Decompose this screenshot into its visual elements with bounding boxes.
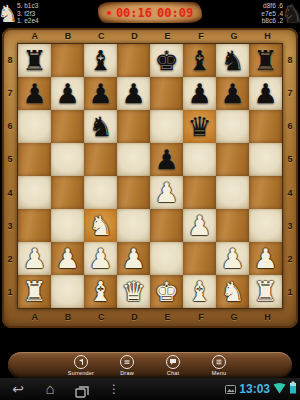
coordinate-label: 1 [3, 276, 17, 309]
piece-black-pawn: ♟ [154, 143, 178, 176]
square-d3[interactable] [117, 209, 150, 242]
square-a1[interactable]: ♜ [18, 275, 51, 308]
square-h5[interactable] [249, 143, 282, 176]
file-labels-bottom: ABCDEFGH [18, 311, 284, 323]
coordinate-label: 8 [3, 43, 17, 76]
square-h3[interactable] [249, 209, 282, 242]
piece-white-knight: ♞ [88, 209, 112, 242]
square-g2[interactable]: ♟ [216, 242, 249, 275]
square-a5[interactable] [18, 143, 51, 176]
coordinate-label: E [151, 311, 184, 323]
coordinate-label: 3 [283, 209, 297, 242]
battery-icon [289, 380, 297, 398]
piece-white-pawn: ♟ [55, 242, 79, 275]
square-a7[interactable]: ♟ [18, 77, 51, 110]
piece-black-pawn: ♟ [187, 77, 211, 110]
square-f5[interactable] [183, 143, 216, 176]
surrender-label: Surrender [68, 370, 94, 376]
piece-black-pawn: ♟ [55, 77, 79, 110]
overflow-menu-icon[interactable]: ⋮ [104, 378, 124, 400]
square-f2[interactable] [183, 242, 216, 275]
square-c3[interactable]: ♞ [84, 209, 117, 242]
piece-white-rook: ♜ [22, 275, 46, 308]
coordinate-label: E [151, 30, 184, 42]
coordinate-label: 2 [3, 243, 17, 276]
black-move-list: d8f6 .6e7e5 .4b8c6 .2 [261, 2, 283, 25]
square-d7[interactable]: ♟ [117, 77, 150, 110]
piece-white-pawn: ♟ [220, 242, 244, 275]
piece-black-pawn: ♟ [121, 77, 145, 110]
coordinate-label: D [118, 311, 151, 323]
coordinate-label: B [51, 311, 84, 323]
chat-bubble-icon [166, 355, 180, 369]
square-c5[interactable] [84, 143, 117, 176]
square-b2[interactable]: ♟ [51, 242, 84, 275]
game-toolbar: Surrender Draw Chat Menu [8, 352, 292, 378]
square-a2[interactable]: ♟ [18, 242, 51, 275]
flag-icon [74, 355, 88, 369]
square-c7[interactable]: ♟ [84, 77, 117, 110]
active-clock-dot [107, 11, 111, 15]
piece-white-bishop: ♝ [187, 275, 211, 308]
piece-black-pawn: ♟ [88, 77, 112, 110]
black-knight-icon: ♞ [281, 0, 300, 28]
square-b6[interactable] [51, 110, 84, 143]
square-b3[interactable] [51, 209, 84, 242]
square-h8[interactable]: ♜ [249, 44, 282, 77]
move-entry: e7e5 .4 [261, 10, 283, 18]
square-g1[interactable]: ♞ [216, 275, 249, 308]
coordinate-label: C [85, 311, 118, 323]
square-d2[interactable]: ♟ [117, 242, 150, 275]
square-b4[interactable] [51, 176, 84, 209]
chat-button[interactable]: Chat [154, 355, 192, 376]
rank-labels-left: 87654321 [3, 43, 17, 309]
square-d1[interactable]: ♛ [117, 275, 150, 308]
coordinate-label: A [18, 30, 51, 42]
top-bar: ♞ 5. b1c33. f2f31. e2e4 00:16 00:09 d8f6… [0, 0, 300, 28]
square-a3[interactable] [18, 209, 51, 242]
coordinate-label: 1 [283, 276, 297, 309]
surrender-button[interactable]: Surrender [62, 355, 100, 376]
square-c2[interactable]: ♟ [84, 242, 117, 275]
move-entry: d8f6 .6 [261, 2, 283, 10]
square-c1[interactable]: ♝ [84, 275, 117, 308]
square-c4[interactable] [84, 176, 117, 209]
square-e7[interactable] [150, 77, 183, 110]
rank-labels-right: 87654321 [283, 43, 297, 309]
square-e8[interactable]: ♚ [150, 44, 183, 77]
square-g3[interactable] [216, 209, 249, 242]
clock-time-status: 13:03 [239, 382, 270, 396]
black-clock: 00:09 [157, 6, 193, 20]
coordinate-label: 5 [3, 143, 17, 176]
coordinate-label: 4 [3, 176, 17, 209]
square-e1[interactable]: ♚ [150, 275, 183, 308]
square-g8[interactable]: ♞ [216, 44, 249, 77]
square-h2[interactable]: ♟ [249, 242, 282, 275]
square-c6[interactable]: ♞ [84, 110, 117, 143]
square-f4[interactable] [183, 176, 216, 209]
coordinate-label: F [184, 311, 217, 323]
white-clock: 00:16 [116, 6, 152, 20]
square-b7[interactable]: ♟ [51, 77, 84, 110]
piece-white-pawn: ♟ [22, 242, 46, 275]
coordinate-label: 8 [283, 43, 297, 76]
draw-button[interactable]: Draw [108, 355, 146, 376]
coordinate-label: 4 [283, 176, 297, 209]
chat-label: Chat [167, 370, 179, 376]
menu-label: Menu [212, 370, 227, 376]
piece-white-pawn: ♟ [253, 242, 277, 275]
coordinate-label: 7 [283, 76, 297, 109]
coordinate-label: 2 [283, 243, 297, 276]
piece-black-queen: ♛ [187, 110, 211, 143]
square-b8[interactable] [51, 44, 84, 77]
menu-button[interactable]: Menu [200, 355, 238, 376]
square-e5[interactable]: ♟ [150, 143, 183, 176]
square-h1[interactable]: ♜ [249, 275, 282, 308]
square-g4[interactable] [216, 176, 249, 209]
coordinate-label: G [218, 30, 251, 42]
square-d8[interactable] [117, 44, 150, 77]
status-cluster: 13:03 [225, 378, 297, 400]
piece-white-pawn: ♟ [88, 242, 112, 275]
piece-black-pawn: ♟ [220, 77, 244, 110]
piece-black-bishop: ♝ [187, 44, 211, 77]
screenshot-icon [225, 380, 236, 398]
coordinate-label: H [251, 30, 284, 42]
square-e6[interactable] [150, 110, 183, 143]
piece-white-pawn: ♟ [121, 242, 145, 275]
coordinate-label: C [85, 30, 118, 42]
piece-white-queen: ♛ [121, 275, 145, 308]
piece-black-rook: ♜ [253, 44, 277, 77]
coordinate-label: 6 [3, 110, 17, 143]
move-entry: 1. e2e4 [17, 17, 39, 25]
square-g6[interactable] [216, 110, 249, 143]
coordinate-label: 3 [3, 209, 17, 242]
coordinate-label: G [218, 311, 251, 323]
square-a4[interactable] [18, 176, 51, 209]
square-f1[interactable]: ♝ [183, 275, 216, 308]
coordinate-label: B [51, 30, 84, 42]
square-f8[interactable]: ♝ [183, 44, 216, 77]
hamburger-icon [212, 355, 226, 369]
recents-icon[interactable] [72, 382, 92, 400]
piece-white-bishop: ♝ [88, 275, 112, 308]
square-e3[interactable] [150, 209, 183, 242]
square-g7[interactable]: ♟ [216, 77, 249, 110]
piece-black-knight: ♞ [88, 110, 112, 143]
android-nav-bar: ↩ ⌂ ⋮ 13:03 [0, 378, 300, 400]
piece-black-pawn: ♟ [253, 77, 277, 110]
chess-board[interactable]: ♜♝♚♝♞♜♟♟♟♟♟♟♟♞♛♟♟♞♟♟♟♟♟♟♟♜♝♛♚♝♞♜ [17, 43, 283, 309]
coordinate-label: 7 [3, 76, 17, 109]
clock-plaque: 00:16 00:09 [98, 2, 202, 23]
coordinate-label: H [251, 311, 284, 323]
piece-white-pawn: ♟ [154, 176, 178, 209]
square-f6[interactable]: ♛ [183, 110, 216, 143]
square-h7[interactable]: ♟ [249, 77, 282, 110]
piece-black-rook: ♜ [22, 44, 46, 77]
piece-white-king: ♚ [154, 275, 178, 308]
back-icon[interactable]: ↩ [8, 378, 28, 400]
move-entry: 5. b1c3 [17, 2, 39, 10]
white-move-list: 5. b1c33. f2f31. e2e4 [17, 2, 39, 25]
piece-white-knight: ♞ [220, 275, 244, 308]
square-d5[interactable] [117, 143, 150, 176]
piece-white-rook: ♜ [253, 275, 277, 308]
equals-icon [120, 355, 134, 369]
chess-app-screen: ♞ 5. b1c33. f2f31. e2e4 00:16 00:09 d8f6… [0, 0, 300, 400]
coordinate-label: F [184, 30, 217, 42]
square-f3[interactable]: ♟ [183, 209, 216, 242]
piece-white-pawn: ♟ [187, 209, 211, 242]
square-b5[interactable] [51, 143, 84, 176]
square-e4[interactable]: ♟ [150, 176, 183, 209]
draw-label: Draw [120, 370, 134, 376]
piece-black-bishop: ♝ [88, 44, 112, 77]
piece-black-knight: ♞ [220, 44, 244, 77]
chess-board-frame: ABCDEFGH 87654321 ♜♝♚♝♞♜♟♟♟♟♟♟♟♞♛♟♟♞♟♟♟♟… [2, 28, 298, 328]
square-h6[interactable] [249, 110, 282, 143]
piece-black-pawn: ♟ [22, 77, 46, 110]
move-entry: 3. f2f3 [17, 10, 39, 18]
coordinate-label: D [118, 30, 151, 42]
square-h4[interactable] [249, 176, 282, 209]
home-icon[interactable]: ⌂ [40, 378, 60, 400]
square-a8[interactable]: ♜ [18, 44, 51, 77]
square-e2[interactable] [150, 242, 183, 275]
coordinate-label: A [18, 311, 51, 323]
square-d6[interactable] [117, 110, 150, 143]
square-g5[interactable] [216, 143, 249, 176]
white-knight-icon: ♞ [0, 0, 19, 28]
coordinate-label: 5 [283, 143, 297, 176]
move-entry: b8c6 .2 [261, 17, 283, 25]
piece-black-king: ♚ [154, 44, 178, 77]
coordinate-label: 6 [283, 110, 297, 143]
square-d4[interactable] [117, 176, 150, 209]
square-f7[interactable]: ♟ [183, 77, 216, 110]
file-labels-top: ABCDEFGH [18, 30, 284, 42]
wifi-icon [273, 380, 286, 398]
square-a6[interactable] [18, 110, 51, 143]
square-b1[interactable] [51, 275, 84, 308]
square-c8[interactable]: ♝ [84, 44, 117, 77]
